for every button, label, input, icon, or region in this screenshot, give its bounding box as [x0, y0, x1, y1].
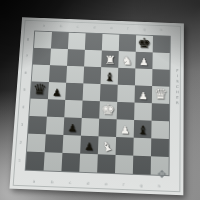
- square-c5[interactable]: [65, 83, 83, 101]
- black-bishop[interactable]: ♝: [137, 124, 149, 137]
- black-queen[interactable]: ♛: [32, 82, 47, 97]
- square-c1[interactable]: [61, 153, 80, 172]
- square-h4[interactable]: [152, 103, 170, 121]
- square-g7[interactable]: ♟: [135, 52, 152, 69]
- square-a3[interactable]: [28, 116, 47, 134]
- square-c8[interactable]: [68, 33, 86, 50]
- file-labels: abcdefgh: [25, 178, 169, 188]
- coord-label: 2: [19, 140, 22, 145]
- file-labels-top: abcdefgh: [35, 23, 169, 32]
- coord-label: 1: [18, 158, 21, 163]
- coord-label: c: [77, 24, 79, 28]
- square-g6[interactable]: [135, 68, 152, 86]
- square-d6[interactable]: [83, 66, 101, 84]
- mat-wrapper: ♚♜♞♟♝♛♟♟♛♚♟♟♝♟♝ abcdefgh abcdefgh 123456…: [9, 1, 190, 196]
- square-e1[interactable]: [97, 154, 115, 173]
- square-h6[interactable]: [152, 69, 169, 87]
- coord-label: a: [43, 23, 46, 27]
- square-g2[interactable]: [133, 138, 151, 157]
- square-e3[interactable]: [99, 119, 117, 137]
- square-g1[interactable]: [133, 156, 151, 175]
- coord-label: b: [51, 179, 54, 184]
- coord-label: 3: [21, 122, 24, 127]
- white-pawn[interactable]: ♟: [139, 57, 149, 67]
- square-f2[interactable]: [116, 137, 134, 156]
- coord-label: 6: [24, 70, 27, 75]
- square-d3[interactable]: [81, 118, 99, 136]
- black-bishop[interactable]: ♝: [104, 71, 116, 83]
- square-d8[interactable]: [85, 33, 103, 50]
- square-a4[interactable]: [29, 99, 48, 117]
- square-f7[interactable]: ♞: [118, 51, 135, 68]
- chess-mat: ♚♜♞♟♝♛♟♟♛♚♟♟♝♟♝ abcdefgh abcdefgh 123456…: [9, 17, 183, 195]
- square-b5[interactable]: ♟: [48, 82, 66, 100]
- square-b6[interactable]: [49, 65, 67, 83]
- square-f6[interactable]: [118, 68, 136, 86]
- coord-label: d: [87, 181, 90, 186]
- square-g5[interactable]: ♟: [135, 85, 153, 103]
- square-a5[interactable]: ♛: [31, 81, 49, 99]
- board: ♚♜♞♟♝♛♟♟♛♚♟♟♝♟♝: [26, 31, 170, 175]
- black-pawn[interactable]: ♟: [67, 123, 77, 134]
- square-d2[interactable]: ♟: [80, 136, 98, 155]
- square-f4[interactable]: [117, 102, 135, 120]
- white-knight[interactable]: ♞: [121, 55, 132, 67]
- white-rook[interactable]: ♜: [104, 54, 115, 66]
- white-queen[interactable]: ♛: [154, 87, 168, 102]
- coord-label: h: [160, 28, 162, 32]
- coord-label: 4: [22, 105, 25, 110]
- square-b7[interactable]: [50, 49, 68, 66]
- coord-label: c: [69, 180, 71, 185]
- square-b2[interactable]: [45, 134, 64, 153]
- black-pawn[interactable]: ♟: [84, 142, 94, 153]
- brand-text: FISCHER: [175, 68, 180, 106]
- square-g4[interactable]: [134, 103, 152, 121]
- square-b8[interactable]: [51, 32, 69, 49]
- square-f8[interactable]: [119, 35, 136, 52]
- square-b3[interactable]: [46, 117, 65, 135]
- square-c4[interactable]: [64, 100, 82, 118]
- black-pawn[interactable]: ♟: [52, 88, 62, 98]
- coord-label: f: [127, 26, 128, 30]
- square-e4[interactable]: ♚: [99, 101, 117, 119]
- coord-label: g: [140, 183, 143, 188]
- square-b4[interactable]: [47, 99, 65, 117]
- square-d5[interactable]: [83, 83, 101, 101]
- white-pawn[interactable]: ♟: [138, 91, 148, 101]
- square-a8[interactable]: [34, 31, 52, 48]
- white-king[interactable]: ♚: [101, 102, 115, 117]
- coord-label: b: [60, 24, 63, 28]
- coord-label: a: [33, 179, 36, 184]
- square-c3[interactable]: ♟: [63, 117, 81, 135]
- square-c7[interactable]: [67, 49, 85, 66]
- square-f3[interactable]: ♟: [116, 119, 134, 137]
- coord-label: f: [123, 182, 125, 187]
- square-f1[interactable]: [115, 155, 133, 174]
- square-g3[interactable]: ♝: [134, 120, 152, 138]
- square-d4[interactable]: [82, 101, 100, 119]
- square-h5[interactable]: ♛: [152, 86, 169, 104]
- coord-label: e: [110, 26, 112, 30]
- coord-label: d: [93, 25, 96, 29]
- square-d7[interactable]: [84, 50, 102, 67]
- coord-label: g: [143, 27, 145, 31]
- square-a1[interactable]: [26, 152, 45, 171]
- square-e7[interactable]: ♜: [101, 50, 119, 67]
- coord-label: 5: [23, 87, 26, 92]
- square-h7[interactable]: [152, 52, 169, 69]
- brand-logo-icon: ✥: [157, 169, 166, 180]
- square-e8[interactable]: [102, 34, 119, 51]
- white-bishop[interactable]: ♝: [99, 139, 114, 154]
- square-a7[interactable]: [33, 48, 51, 65]
- square-c2[interactable]: [62, 135, 81, 154]
- square-e2[interactable]: ♝: [98, 136, 116, 155]
- white-pawn[interactable]: ♟: [120, 125, 130, 136]
- square-d1[interactable]: [79, 154, 98, 173]
- square-e6[interactable]: ♝: [101, 67, 119, 85]
- square-h2[interactable]: [151, 138, 169, 157]
- square-e5[interactable]: [100, 84, 118, 102]
- square-h3[interactable]: [151, 121, 169, 139]
- coord-label: 8: [27, 37, 30, 41]
- square-f5[interactable]: [117, 85, 135, 103]
- black-king[interactable]: ♚: [137, 36, 151, 50]
- square-a6[interactable]: [32, 65, 50, 83]
- coord-label: 7: [25, 54, 28, 58]
- square-a2[interactable]: [27, 134, 46, 153]
- photo-background: ♚♜♞♟♝♛♟♟♛♚♟♟♝♟♝ abcdefgh abcdefgh 123456…: [0, 0, 200, 200]
- square-b1[interactable]: [44, 152, 63, 171]
- coord-label: h: [158, 184, 161, 189]
- coord-label: e: [105, 182, 108, 187]
- square-c6[interactable]: [66, 66, 84, 84]
- square-g8[interactable]: ♚: [136, 35, 153, 52]
- square-h8[interactable]: [153, 36, 170, 53]
